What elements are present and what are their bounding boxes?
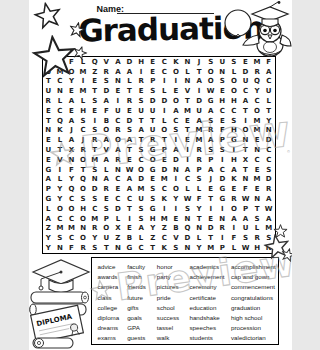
grid-cell: I	[170, 135, 182, 145]
grid-cell: A	[101, 96, 113, 106]
grid-cell: Y	[193, 204, 205, 214]
grid-cell: I	[124, 214, 136, 224]
grid-cell: M	[54, 224, 66, 234]
grid-cell: I	[170, 204, 182, 214]
grid-cell: A	[124, 135, 136, 145]
grid-cell: K	[54, 126, 66, 136]
grid-cell: Y	[193, 243, 205, 253]
word-item: tassel	[157, 323, 190, 333]
grid-cell: N	[182, 77, 194, 87]
grid-cell: K	[159, 243, 171, 253]
grid-cell: I	[77, 77, 89, 87]
grid-cell: Y	[147, 224, 159, 234]
grid-cell: A	[101, 175, 113, 185]
grid-cell: Y	[54, 184, 66, 194]
grid-cell: T	[182, 126, 194, 136]
grid-cell: A	[101, 135, 113, 145]
grid-cell: T	[251, 204, 263, 214]
word-search-grid: FNFLQVADHECKNJSUSEMFUMOMZRAAIECOLTONLDRA…	[43, 57, 275, 253]
word-item: certificate	[189, 293, 231, 303]
grid-cell: E	[251, 165, 263, 175]
grid-cell: O	[228, 77, 240, 87]
copyright-side-text: ©	[287, 150, 291, 155]
grid-cell: X	[112, 224, 124, 234]
grid-cell: O	[54, 204, 66, 214]
grid-cell: R	[89, 224, 101, 234]
grid-cell: A	[43, 214, 55, 224]
grid-cell: S	[101, 204, 113, 214]
grid-cell: P	[217, 135, 229, 145]
grid-cell: T	[135, 116, 147, 126]
grid-cell: K	[159, 194, 171, 204]
grid-cell: O	[170, 184, 182, 194]
grid-cell: S	[89, 96, 101, 106]
grid-cell: O	[135, 165, 147, 175]
grid-cell: I	[228, 145, 240, 155]
word-item: academics	[189, 262, 231, 272]
grid-cell: A	[66, 96, 78, 106]
grid-cell: G	[124, 243, 136, 253]
grid-cell: C	[112, 175, 124, 185]
grid-cell: N	[182, 57, 194, 67]
grid-cell: L	[251, 224, 263, 234]
word-item: success	[157, 313, 190, 323]
grid-cell: C	[124, 194, 136, 204]
grid-cell: O	[251, 106, 263, 116]
balloon-icon	[225, 10, 251, 36]
grid-cell: W	[205, 86, 217, 96]
grid-cell: N	[217, 67, 229, 77]
grid-cell: C	[217, 106, 229, 116]
grid-cell: C	[263, 155, 275, 165]
grid-cell: I	[182, 155, 194, 165]
grid-cell: I	[159, 77, 171, 87]
grid-cell: T	[43, 116, 55, 126]
grid-cell: D	[147, 96, 159, 106]
grid-cell: U	[263, 86, 275, 96]
grid-cell: A	[170, 145, 182, 155]
grid-cell: N	[193, 224, 205, 234]
grid-cell: O	[77, 155, 89, 165]
grid-cell: A	[124, 184, 136, 194]
grid-cell: V	[54, 155, 66, 165]
grid-cell: I	[159, 204, 171, 214]
grid-cell: D	[217, 175, 229, 185]
word-item: accomplishment	[231, 262, 277, 272]
grid-cell: E	[217, 116, 229, 126]
grid-cell: V	[170, 233, 182, 243]
grid-cell: T	[193, 67, 205, 77]
word-item: guests	[127, 333, 157, 343]
grid-cell: E	[89, 106, 101, 116]
word-item: honor	[157, 262, 190, 272]
grid-cell: Z	[147, 233, 159, 243]
grid-cell: S	[228, 57, 240, 67]
grid-cell: H	[217, 96, 229, 106]
word-bank-column: academicsachievementceremonycertificatee…	[189, 262, 231, 344]
grid-cell: T	[240, 106, 252, 116]
grid-cell: A	[135, 224, 147, 234]
grid-cell: S	[217, 77, 229, 87]
grid-cell: F	[193, 194, 205, 204]
grid-cell: J	[193, 57, 205, 67]
grid-cell: G	[217, 194, 229, 204]
grid-cell: W	[240, 194, 252, 204]
grid-cell: C	[54, 106, 66, 116]
grid-cell: X	[66, 145, 78, 155]
grid-cell: I	[170, 175, 182, 185]
grid-cell: L	[182, 184, 194, 194]
grid-cell: I	[182, 145, 194, 155]
grid-cell: I	[135, 67, 147, 77]
grid-cell: A	[228, 214, 240, 224]
grid-cell: E	[135, 86, 147, 96]
word-item: congratulations	[231, 293, 277, 303]
grid-cell: L	[54, 96, 66, 106]
grid-cell: E	[205, 214, 217, 224]
word-bank-column: adviceawardscameraclasscollegediplomadre…	[98, 262, 128, 344]
grid-cell: E	[182, 135, 194, 145]
grid-cell: X	[240, 155, 252, 165]
grid-cell: L	[193, 184, 205, 194]
grid-cell: A	[263, 67, 275, 77]
grid-cell: L	[77, 96, 89, 106]
grid-cell: D	[263, 175, 275, 185]
star-icon	[31, 0, 64, 33]
grid-cell: T	[240, 145, 252, 155]
grid-cell: S	[135, 204, 147, 214]
grid-cell: T	[147, 243, 159, 253]
grid-cell: S	[135, 96, 147, 106]
grid-cell: R	[112, 155, 124, 165]
grid-cell: I	[240, 116, 252, 126]
word-bank-column: accomplishmentcap and gowncommencementco…	[231, 262, 277, 344]
grid-cell: N	[251, 194, 263, 204]
grid-cell: R	[77, 145, 89, 155]
grid-cell: U	[217, 57, 229, 67]
grid-cell: E	[101, 194, 113, 204]
word-item: commencement	[231, 282, 277, 292]
grid-cell: U	[193, 106, 205, 116]
grid-cell: E	[112, 184, 124, 194]
grid-cell: L	[182, 67, 194, 77]
word-item: pride	[157, 293, 190, 303]
worksheet-page: Name: Graduation	[29, 0, 292, 350]
grid-cell: C	[77, 126, 89, 136]
grid-cell: E	[228, 184, 240, 194]
grid-cell: C	[159, 57, 171, 67]
grid-cell: S	[54, 233, 66, 243]
grid-cell: H	[228, 96, 240, 106]
grid-cell: L	[124, 77, 136, 87]
grid-cell: W	[182, 194, 194, 204]
grid-cell: A	[263, 194, 275, 204]
grid-cell: C	[112, 116, 124, 126]
grid-cell: I	[89, 116, 101, 126]
grid-cell: F	[66, 165, 78, 175]
grid-cell: C	[217, 165, 229, 175]
grid-cell: C	[170, 116, 182, 126]
word-item: ceremony	[189, 282, 231, 292]
grid-cell: P	[101, 214, 113, 224]
grid-cell: M	[159, 175, 171, 185]
owl-graduate-icon	[222, 1, 292, 57]
tassel-icon	[270, 2, 278, 7]
grid-cell: S	[205, 116, 217, 126]
grid-cell: P	[217, 243, 229, 253]
grid-cell: A	[170, 106, 182, 116]
grid-cell: T	[193, 214, 205, 224]
grid-cell: Q	[182, 224, 194, 234]
grid-cell: S	[135, 145, 147, 155]
grid-cell: L	[54, 175, 66, 185]
grid-cell: E	[159, 155, 171, 165]
diploma-cap-icon: DIPLOMA	[29, 252, 93, 350]
grid-cell: L	[228, 67, 240, 77]
grid-cell: E	[251, 184, 263, 194]
grid-cell: M	[77, 86, 89, 96]
grid-cell: M	[89, 214, 101, 224]
word-item: friends	[127, 282, 157, 292]
grid-cell: D	[159, 96, 171, 106]
grid-cell: S	[147, 184, 159, 194]
word-item: procession	[231, 323, 277, 333]
grid-cell: U	[135, 106, 147, 116]
grid-cell: F	[217, 126, 229, 136]
grid-cell: A	[193, 77, 205, 87]
grid-cell: O	[112, 135, 124, 145]
grid-cell: L	[159, 116, 171, 126]
grid-cell: E	[182, 116, 194, 126]
grid-cell: E	[217, 86, 229, 96]
word-item: GPA	[127, 323, 157, 333]
grid-cell: W	[240, 243, 252, 253]
word-item: dreams	[98, 323, 128, 333]
grid-cell: R	[89, 135, 101, 145]
grid-cell: J	[77, 135, 89, 145]
grid-cell: H	[147, 214, 159, 224]
grid-cell: V	[101, 57, 113, 67]
grid-cell: C	[228, 106, 240, 116]
grid-cell: A	[205, 135, 217, 145]
grid-cell: T	[263, 106, 275, 116]
grid-cell: O	[205, 77, 217, 87]
grid-cell: O	[228, 204, 240, 214]
grid-cell: G	[147, 204, 159, 214]
grid-cell: A	[101, 155, 113, 165]
grid-cell: V	[182, 86, 194, 96]
grid-cell: C	[159, 233, 171, 243]
grid-cell: E	[43, 155, 55, 165]
grid-cell: Q	[77, 175, 89, 185]
grid-cell: N	[170, 165, 182, 175]
grid-cell: R	[124, 96, 136, 106]
grid-cell: S	[205, 145, 217, 155]
grid-cell: Z	[159, 224, 171, 234]
grid-cell: P	[193, 165, 205, 175]
grid-cell: O	[77, 184, 89, 194]
grid-cell: C	[89, 204, 101, 214]
grid-cell: B	[101, 116, 113, 126]
grid-cell: D	[135, 175, 147, 185]
grid-cell: A	[228, 165, 240, 175]
grid-cell: G	[217, 184, 229, 194]
grid-cell: E	[170, 86, 182, 96]
grid-cell: S	[217, 145, 229, 155]
grid-cell: D	[240, 67, 252, 77]
grid-cell: R	[147, 135, 159, 145]
word-item: education	[189, 303, 231, 313]
grid-cell: S	[89, 126, 101, 136]
wing-icon	[280, 35, 291, 46]
grid-cell: B	[124, 233, 136, 243]
grid-cell: O	[101, 224, 113, 234]
grid-cell: F	[101, 106, 113, 116]
grid-cell: O	[170, 67, 182, 77]
grid-cell: M	[66, 224, 78, 234]
grid-cell: H	[135, 57, 147, 67]
grid-cell: O	[159, 126, 171, 136]
word-item: awards	[98, 272, 128, 282]
grid-cell: W	[263, 204, 275, 214]
grid-cell: A	[124, 175, 136, 185]
word-item: college	[98, 303, 128, 313]
word-item: cap and gown	[231, 272, 277, 282]
grid-cell: P	[43, 184, 55, 194]
word-item: advice	[98, 262, 128, 272]
grid-cell: I	[217, 155, 229, 165]
word-item: faculty	[127, 262, 157, 272]
grid-cell: P	[205, 155, 217, 165]
grid-cell: J	[205, 175, 217, 185]
grid-cell: U	[112, 106, 124, 116]
grid-cell: C	[251, 96, 263, 106]
grid-cell: R	[205, 126, 217, 136]
grid-cell: O	[228, 86, 240, 96]
word-bank: adviceawardscameraclasscollegediplomadre…	[91, 257, 279, 345]
grid-cell: R	[101, 184, 113, 194]
grid-cell: D	[101, 86, 113, 96]
grid-cell: D	[124, 57, 136, 67]
grid-cell: L	[263, 96, 275, 106]
grid-cell: D	[112, 204, 124, 214]
grid-cell: U	[43, 86, 55, 96]
grid-cell: D	[124, 116, 136, 126]
grid-cell: N	[54, 86, 66, 96]
grid-cell: R	[101, 67, 113, 77]
grid-cell: I	[112, 96, 124, 106]
grid-cell: S	[228, 116, 240, 126]
grid-cell: S	[124, 126, 136, 136]
grid-cell: L	[101, 165, 113, 175]
grid-cell: E	[124, 106, 136, 116]
grid-cell: L	[54, 135, 66, 145]
grid-cell: A	[263, 214, 275, 224]
grid-cell: M	[251, 175, 263, 185]
grid-cell: S	[251, 214, 263, 224]
grid-cell: N	[240, 175, 252, 185]
grid-cell: S	[135, 214, 147, 224]
grid-cell: Z	[43, 224, 55, 234]
grid-cell: U	[240, 224, 252, 234]
grid-cell: R	[251, 67, 263, 77]
grid-cell: E	[251, 135, 263, 145]
grid-cell: Q	[251, 77, 263, 87]
grid-cell: S	[89, 165, 101, 175]
word-item: pictures	[157, 282, 190, 292]
grid-cell: T	[77, 165, 89, 175]
grid-cell: D	[205, 224, 217, 234]
grid-cell: I	[217, 204, 229, 214]
grid-cell: W	[124, 165, 136, 175]
word-item: achievement	[189, 272, 231, 282]
grid-cell: I	[205, 204, 217, 214]
word-item: school	[157, 303, 190, 313]
grid-cell: F	[228, 233, 240, 243]
word-item: goals	[127, 313, 157, 323]
grid-cell: S	[263, 165, 275, 175]
grid-cell: A	[66, 116, 78, 126]
grid-cell: A	[43, 175, 55, 185]
grid-cell: T	[124, 204, 136, 214]
grid-cell: R	[135, 77, 147, 87]
grid-cell: N	[182, 243, 194, 253]
word-item: party	[157, 272, 190, 282]
grid-cell: C	[66, 194, 78, 204]
grid-cell: L	[135, 233, 147, 243]
grid-cell: M	[159, 214, 171, 224]
grid-cell: E	[43, 106, 55, 116]
grid-cell: N	[66, 155, 78, 165]
grid-cell: A	[124, 67, 136, 77]
grid-cell: C	[66, 214, 78, 224]
grid-cell: S	[147, 86, 159, 96]
grid-cell: T	[135, 135, 147, 145]
grid-cell: C	[159, 184, 171, 194]
word-item: gifts	[127, 303, 157, 313]
grid-cell: R	[193, 145, 205, 155]
grid-cell: M	[193, 135, 205, 145]
grid-cell: L	[112, 214, 124, 224]
grid-cell: E	[112, 86, 124, 96]
grid-cell: Y	[54, 194, 66, 204]
grid-cell: K	[170, 57, 182, 67]
grid-cell: Y	[43, 233, 55, 243]
grid-cell: P	[147, 77, 159, 87]
grid-cell: N	[182, 214, 194, 224]
grid-cell: E	[240, 57, 252, 67]
grid-cell: S	[77, 116, 89, 126]
grid-cell: T	[89, 145, 101, 155]
grid-cell: C	[112, 194, 124, 204]
grid-cell: L	[159, 86, 171, 96]
grid-cell: B	[170, 224, 182, 234]
grid-cell: N	[240, 135, 252, 145]
word-item: diploma	[98, 313, 128, 323]
grid-cell: H	[228, 126, 240, 136]
grid-cell: U	[240, 77, 252, 87]
grid-cell: T	[101, 243, 113, 253]
grid-cell: H	[251, 243, 263, 253]
grid-cell: L	[43, 204, 55, 214]
grid-cell: H	[228, 155, 240, 165]
grid-cell: P	[240, 204, 252, 214]
grid-cell: A	[205, 106, 217, 116]
grid-cell: E	[124, 155, 136, 165]
grid-cell: D	[182, 233, 194, 243]
grid-cell: A	[182, 165, 194, 175]
grid-cell: G	[147, 165, 159, 175]
